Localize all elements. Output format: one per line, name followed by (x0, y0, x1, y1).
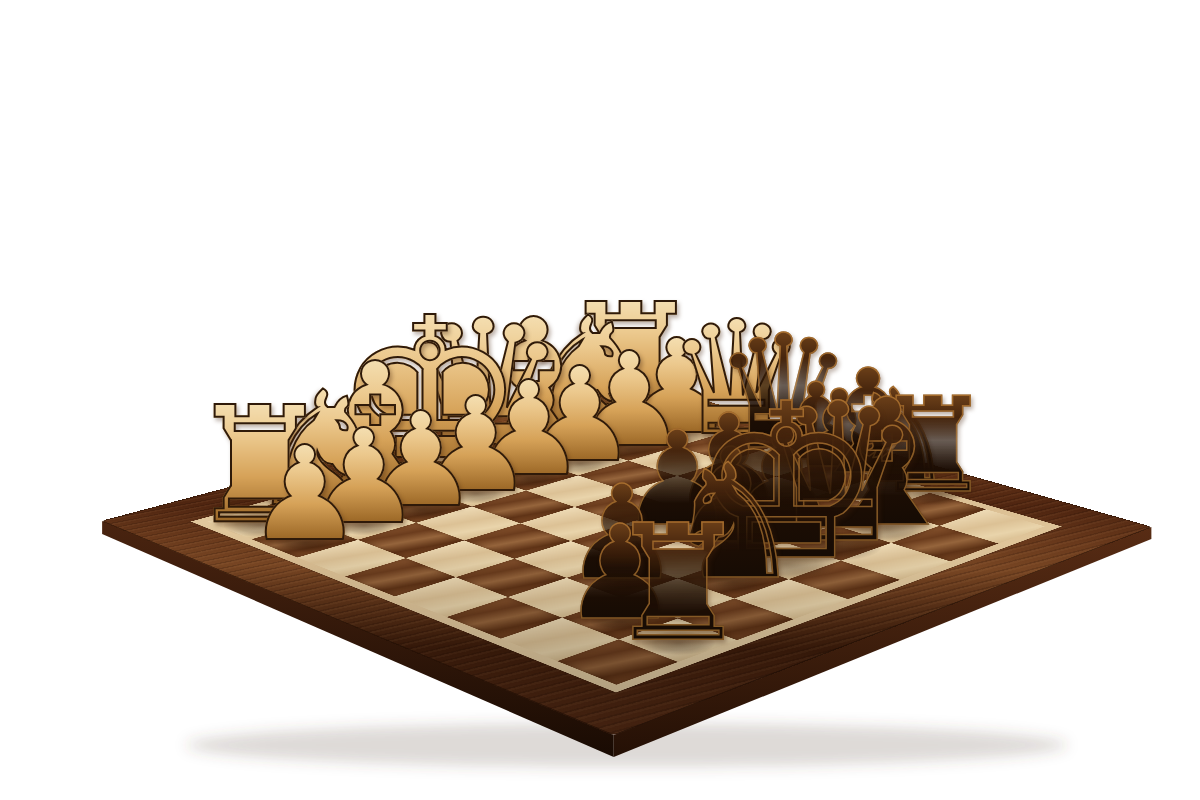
product-photo-scene: ♜♞♝♛♚♝♞♜♟♟♟♟♟♟♟♟♚♛♝♞♜♟♟♟♟♟♟♛♛♟♟♝♞♜ (0, 0, 1200, 800)
